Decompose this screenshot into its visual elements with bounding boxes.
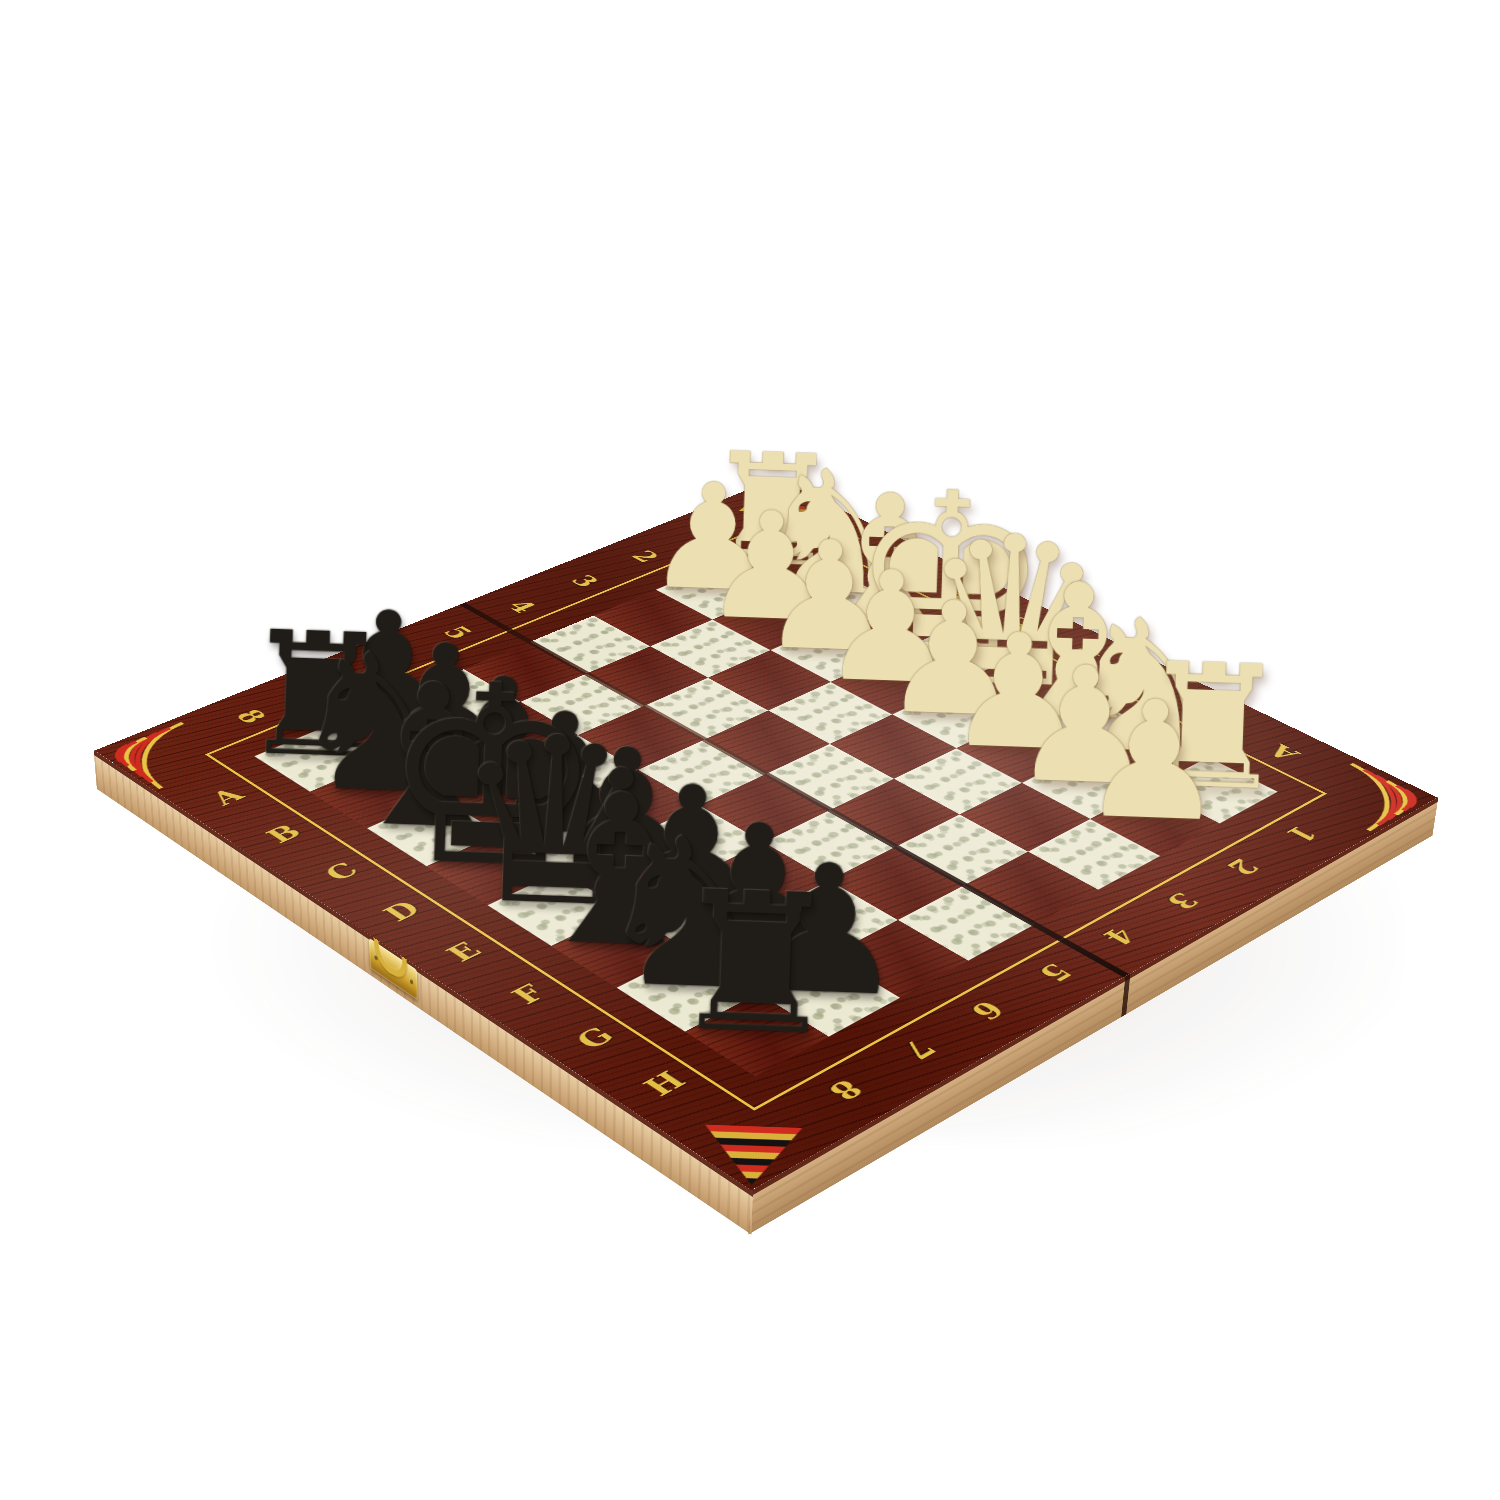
coord-se-5: 5 bbox=[1032, 960, 1077, 985]
clasp-screw bbox=[409, 977, 413, 985]
coord-se-1: 1 bbox=[1280, 823, 1322, 845]
coord-se-6: 6 bbox=[965, 997, 1011, 1023]
coord-sw-F: F bbox=[506, 981, 551, 1007]
coord-sw-B: B bbox=[261, 821, 306, 846]
scene: ♜♞♝♚♛♝♞♜♟♟♟♟♟♟♟♟♟♟♟♟♟♟♟♟♜♞♝♚♛♝♞♜ AHBGCFD… bbox=[0, 0, 1500, 1500]
coord-sw-G: G bbox=[570, 1023, 620, 1052]
piece-black-rook-h8[interactable]: ♜ bbox=[666, 865, 845, 1063]
coord-se-4: 4 bbox=[1098, 924, 1142, 949]
coord-se-7: 7 bbox=[895, 1036, 941, 1063]
piece-white-pawn-h2[interactable]: ♟ bbox=[1078, 677, 1230, 845]
coord-nw-3: 3 bbox=[566, 573, 603, 590]
coord-se-3: 3 bbox=[1161, 889, 1205, 913]
coord-sw-A: A bbox=[206, 785, 249, 808]
coord-se-2: 2 bbox=[1221, 855, 1264, 878]
coord-sw-H: H bbox=[638, 1067, 692, 1099]
coord-sw-C: C bbox=[319, 859, 364, 884]
coord-se-8: 8 bbox=[822, 1076, 869, 1104]
coord-sw-D: D bbox=[378, 898, 426, 925]
coord-sw-E: E bbox=[441, 939, 487, 965]
